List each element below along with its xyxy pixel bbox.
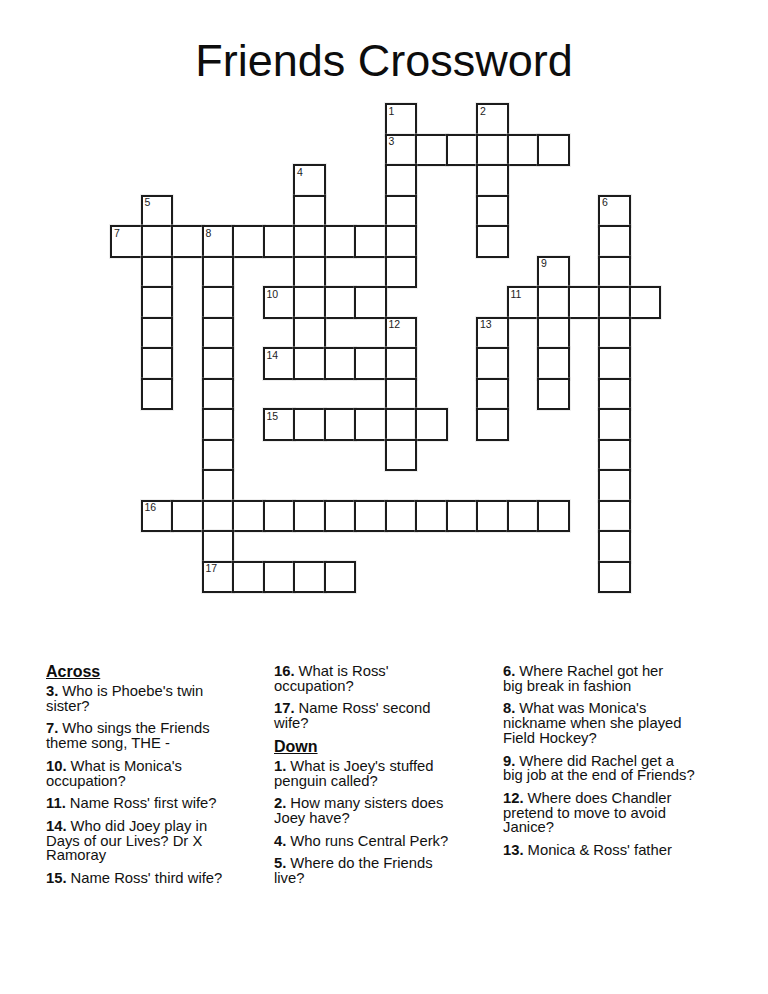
clue-across-15: 15.Name Ross' third wife?	[46, 871, 268, 886]
clue-text: Monica & Ross' father	[528, 842, 672, 858]
grid-cell	[293, 225, 326, 258]
clue-across-10: 10.What is Monica's occupation?	[46, 759, 268, 788]
clue-number: 13.	[503, 842, 524, 858]
clue-number: 3.	[46, 683, 58, 699]
grid-cell	[263, 225, 296, 258]
grid-cell	[202, 530, 235, 563]
clue-number: 8.	[503, 700, 515, 716]
grid-cell: 11	[507, 286, 540, 319]
grid-cell	[171, 500, 204, 533]
clue-text: Where Rachel got her big break in fashio…	[503, 663, 663, 694]
clue-text: Name Ross' second wife?	[274, 700, 431, 731]
grid-cell	[446, 134, 479, 167]
grid-cell	[202, 500, 235, 533]
crossword-page: Friends Crossword 1234567891011121314151…	[0, 0, 768, 994]
grid-cell	[598, 469, 631, 502]
grid-cell	[385, 164, 418, 197]
grid-cell	[354, 500, 387, 533]
grid-cell	[324, 286, 357, 319]
grid-cell	[232, 225, 265, 258]
grid-cell	[293, 561, 326, 594]
grid-cell	[202, 286, 235, 319]
grid-cell	[385, 225, 418, 258]
clue-text: How many sisters does Joey have?	[274, 795, 443, 826]
grid-cell: 3	[385, 134, 418, 167]
grid-cell	[598, 286, 631, 319]
grid-cell: 4	[293, 164, 326, 197]
down-heading: Down	[274, 739, 496, 755]
clue-down-8: 8.What was Monica's nickname when she pl…	[503, 701, 725, 745]
grid-cell	[476, 195, 509, 228]
grid-cell	[598, 225, 631, 258]
cell-number: 15	[267, 411, 279, 422]
grid-cell	[598, 317, 631, 350]
grid-cell	[293, 347, 326, 380]
grid-cell	[141, 256, 174, 289]
grid-cell	[354, 408, 387, 441]
clue-text: Who is Phoebe's twin sister?	[46, 683, 203, 714]
grid-cell: 14	[263, 347, 296, 380]
grid-cell	[263, 561, 296, 594]
grid-cell	[324, 561, 357, 594]
grid-cell	[537, 347, 570, 380]
clue-across-14: 14.Who did Joey play in Days of our Live…	[46, 819, 268, 863]
grid-cell	[202, 256, 235, 289]
grid-cell: 17	[202, 561, 235, 594]
grid-cell	[598, 530, 631, 563]
clue-number: 10.	[46, 758, 67, 774]
grid-cell	[476, 164, 509, 197]
grid-cell	[263, 500, 296, 533]
cell-number: 16	[145, 502, 157, 513]
grid-cell	[385, 347, 418, 380]
across-heading: Across	[46, 664, 268, 680]
grid-cell	[385, 378, 418, 411]
grid-cell	[598, 439, 631, 472]
grid-cell	[293, 286, 326, 319]
grid-cell	[141, 225, 174, 258]
grid-cell	[537, 286, 570, 319]
grid-cell	[598, 256, 631, 289]
clue-number: 16.	[274, 663, 295, 679]
grid-cell: 16	[141, 500, 174, 533]
cell-number: 17	[206, 563, 218, 574]
grid-cell	[476, 378, 509, 411]
clue-across-11: 11.Name Ross' first wife?	[46, 796, 268, 811]
grid-cell	[415, 134, 448, 167]
grid-cell	[598, 561, 631, 594]
grid-cell	[598, 347, 631, 380]
clue-text: Who did Joey play in Days of our Lives? …	[46, 818, 207, 863]
clue-number: 11.	[46, 795, 66, 811]
cell-number: 14	[267, 350, 279, 361]
clue-text: Who runs Central Perk?	[290, 833, 448, 849]
cell-number: 5	[145, 197, 151, 208]
clue-text: Where does Chandler pretend to move to a…	[503, 790, 672, 835]
grid-cell	[293, 317, 326, 350]
cell-number: 1	[389, 106, 395, 117]
clue-text: Where do the Friends live?	[274, 855, 433, 886]
grid-cell	[141, 286, 174, 319]
grid-cell	[202, 439, 235, 472]
grid-cell: 13	[476, 317, 509, 350]
clue-down-1: 1.What is Joey's stuffed penguin called?	[274, 759, 496, 788]
clue-number: 2.	[274, 795, 286, 811]
clue-text: Where did Rachel get a big job at the en…	[503, 753, 695, 784]
clue-number: 17.	[274, 700, 295, 716]
cell-number: 4	[297, 167, 303, 178]
grid-cell	[476, 347, 509, 380]
clue-down-5: 5.Where do the Friends live?	[274, 856, 496, 885]
cell-number: 9	[541, 258, 547, 269]
cell-number: 10	[267, 289, 279, 300]
crossword-grid: 1234567891011121314151617	[110, 103, 659, 591]
cell-number: 13	[480, 319, 492, 330]
grid-cell: 7	[110, 225, 143, 258]
grid-cell: 5	[141, 195, 174, 228]
clues-column-2: 16.What is Ross' occupation? 17.Name Ros…	[274, 664, 496, 894]
grid-cell	[476, 225, 509, 258]
grid-cell	[232, 500, 265, 533]
grid-cell: 9	[537, 256, 570, 289]
grid-cell	[476, 500, 509, 533]
grid-cell	[537, 500, 570, 533]
clue-text: Name Ross' third wife?	[71, 870, 223, 886]
clue-number: 5.	[274, 855, 286, 871]
grid-cell	[476, 134, 509, 167]
grid-cell	[598, 500, 631, 533]
grid-cell	[324, 408, 357, 441]
cell-number: 11	[511, 289, 522, 300]
grid-cell	[202, 408, 235, 441]
cell-number: 12	[389, 319, 401, 330]
grid-cell	[141, 347, 174, 380]
clue-across-17: 17.Name Ross' second wife?	[274, 701, 496, 730]
grid-cell	[293, 500, 326, 533]
grid-cell: 2	[476, 103, 509, 136]
grid-cell	[385, 195, 418, 228]
clue-text: What was Monica's nickname when she play…	[503, 700, 682, 745]
clue-text: Name Ross' first wife?	[70, 795, 217, 811]
grid-cell	[293, 256, 326, 289]
clue-across-7: 7.Who sings the Friends theme song, THE …	[46, 721, 268, 750]
grid-cell	[171, 225, 204, 258]
clue-down-13: 13.Monica & Ross' father	[503, 843, 725, 858]
cell-number: 3	[389, 136, 395, 147]
grid-cell	[354, 347, 387, 380]
grid-cell	[324, 347, 357, 380]
clue-down-4: 4.Who runs Central Perk?	[274, 834, 496, 849]
clue-number: 9.	[503, 753, 515, 769]
grid-cell	[629, 286, 662, 319]
grid-cell	[293, 408, 326, 441]
grid-cell	[324, 500, 357, 533]
grid-cell	[385, 439, 418, 472]
grid-cell: 1	[385, 103, 418, 136]
clue-across-16: 16.What is Ross' occupation?	[274, 664, 496, 693]
clue-number: 12.	[503, 790, 524, 806]
clue-down-2: 2.How many sisters does Joey have?	[274, 796, 496, 825]
grid-cell	[385, 500, 418, 533]
grid-cell	[385, 408, 418, 441]
grid-cell	[598, 378, 631, 411]
grid-cell	[324, 225, 357, 258]
grid-cell	[476, 408, 509, 441]
clue-number: 15.	[46, 870, 67, 886]
grid-cell	[507, 134, 540, 167]
clue-down-12: 12.Where does Chandler pretend to move t…	[503, 791, 725, 835]
grid-cell	[202, 317, 235, 350]
grid-cell	[537, 378, 570, 411]
grid-cell	[354, 286, 387, 319]
grid-cell	[537, 317, 570, 350]
grid-cell	[293, 195, 326, 228]
grid-cell	[568, 286, 601, 319]
grid-cell	[141, 317, 174, 350]
grid-cell	[415, 500, 448, 533]
grid-cell: 15	[263, 408, 296, 441]
grid-cell	[598, 408, 631, 441]
clue-number: 1.	[274, 758, 286, 774]
clue-number: 4.	[274, 833, 286, 849]
clue-number: 6.	[503, 663, 515, 679]
grid-cell	[202, 347, 235, 380]
clue-number: 14.	[46, 818, 67, 834]
grid-cell	[141, 378, 174, 411]
clue-text: What is Joey's stuffed penguin called?	[274, 758, 434, 789]
grid-cell: 12	[385, 317, 418, 350]
grid-cell	[507, 500, 540, 533]
puzzle-title: Friends Crossword	[0, 38, 768, 84]
clue-down-9: 9.Where did Rachel get a big job at the …	[503, 754, 725, 783]
cell-number: 7	[114, 228, 120, 239]
grid-cell: 8	[202, 225, 235, 258]
clue-down-6: 6.Where Rachel got her big break in fash…	[503, 664, 725, 693]
grid-cell	[354, 225, 387, 258]
grid-cell	[202, 469, 235, 502]
grid-cell: 10	[263, 286, 296, 319]
grid-cell	[385, 256, 418, 289]
clue-number: 7.	[46, 720, 58, 736]
grid-cell	[537, 134, 570, 167]
grid-cell	[446, 500, 479, 533]
clues-column-1: Across 3.Who is Phoebe's twin sister? 7.…	[46, 664, 268, 894]
grid-cell	[415, 408, 448, 441]
cell-number: 2	[480, 106, 486, 117]
grid-cell	[232, 561, 265, 594]
grid-cell	[202, 378, 235, 411]
grid-cell: 6	[598, 195, 631, 228]
clue-text: Who sings the Friends theme song, THE -	[46, 720, 210, 751]
cell-number: 6	[602, 197, 608, 208]
cell-number: 8	[206, 228, 212, 239]
clue-across-3: 3.Who is Phoebe's twin sister?	[46, 684, 268, 713]
clues-column-3: 6.Where Rachel got her big break in fash…	[503, 664, 725, 866]
